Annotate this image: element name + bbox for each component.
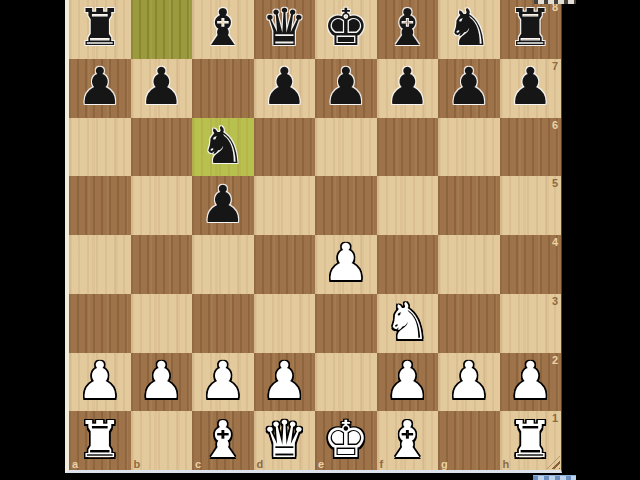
black-bishop-c8[interactable]: ♝ — [200, 0, 246, 57]
white-rook-h1[interactable]: ♜ — [507, 411, 553, 468]
square-e3[interactable] — [315, 294, 377, 353]
white-pawn-b2[interactable]: ♟ — [138, 353, 184, 410]
video-frame: ♜♝♛♚♝♞♜8♟♟♟♟♟♟♟7♞6♟5♟4♞3♟♟♟♟♟♟♟2♜ab♝c♛d♚… — [0, 0, 640, 480]
square-e2[interactable] — [315, 353, 377, 412]
black-pawn-f7[interactable]: ♟ — [384, 59, 430, 116]
black-queen-d8[interactable]: ♛ — [261, 0, 307, 57]
square-c6[interactable]: ♞ — [192, 118, 254, 177]
white-pawn-f2[interactable]: ♟ — [384, 353, 430, 410]
black-king-e8[interactable]: ♚ — [323, 0, 369, 57]
white-bishop-f1[interactable]: ♝ — [384, 411, 430, 468]
square-b5[interactable] — [131, 176, 193, 235]
square-c1[interactable]: ♝c — [192, 411, 254, 470]
black-pawn-a7[interactable]: ♟ — [77, 59, 123, 116]
square-d3[interactable] — [254, 294, 316, 353]
white-pawn-g2[interactable]: ♟ — [446, 353, 492, 410]
square-a3[interactable] — [69, 294, 131, 353]
square-a8[interactable]: ♜ — [69, 0, 131, 59]
square-f1[interactable]: ♝f — [377, 411, 439, 470]
file-label-f: f — [380, 458, 384, 470]
black-pawn-c5[interactable]: ♟ — [200, 176, 246, 233]
square-e1[interactable]: ♚e — [315, 411, 377, 470]
black-rook-a8[interactable]: ♜ — [77, 0, 123, 57]
clipped-top-right-widget — [534, 0, 576, 4]
square-c8[interactable]: ♝ — [192, 0, 254, 59]
black-pawn-g7[interactable]: ♟ — [446, 59, 492, 116]
black-pawn-d7[interactable]: ♟ — [261, 59, 307, 116]
square-b2[interactable]: ♟ — [131, 353, 193, 412]
file-label-g: g — [441, 458, 448, 470]
square-b3[interactable] — [131, 294, 193, 353]
square-h5[interactable]: 5 — [500, 176, 562, 235]
file-label-b: b — [134, 458, 141, 470]
square-g1[interactable]: g — [438, 411, 500, 470]
square-c2[interactable]: ♟ — [192, 353, 254, 412]
square-h2[interactable]: ♟2 — [500, 353, 562, 412]
square-d2[interactable]: ♟ — [254, 353, 316, 412]
white-pawn-h2[interactable]: ♟ — [507, 353, 553, 410]
square-g3[interactable] — [438, 294, 500, 353]
square-e8[interactable]: ♚ — [315, 0, 377, 59]
square-f6[interactable] — [377, 118, 439, 177]
black-knight-c6[interactable]: ♞ — [200, 118, 246, 175]
square-h6[interactable]: 6 — [500, 118, 562, 177]
chess-board: ♜♝♛♚♝♞♜8♟♟♟♟♟♟♟7♞6♟5♟4♞3♟♟♟♟♟♟♟2♜ab♝c♛d♚… — [69, 0, 561, 470]
square-f3[interactable]: ♞ — [377, 294, 439, 353]
white-bishop-c1[interactable]: ♝ — [200, 411, 246, 468]
white-pawn-c2[interactable]: ♟ — [200, 353, 246, 410]
square-e7[interactable]: ♟ — [315, 59, 377, 118]
square-d8[interactable]: ♛ — [254, 0, 316, 59]
square-g2[interactable]: ♟ — [438, 353, 500, 412]
white-king-e1[interactable]: ♚ — [323, 411, 369, 468]
rank-label-4: 4 — [552, 236, 558, 248]
white-pawn-d2[interactable]: ♟ — [261, 353, 307, 410]
square-d1[interactable]: ♛d — [254, 411, 316, 470]
square-f5[interactable] — [377, 176, 439, 235]
square-d4[interactable] — [254, 235, 316, 294]
black-pawn-e7[interactable]: ♟ — [323, 59, 369, 116]
square-g8[interactable]: ♞ — [438, 0, 500, 59]
square-b4[interactable] — [131, 235, 193, 294]
square-h4[interactable]: 4 — [500, 235, 562, 294]
square-g6[interactable] — [438, 118, 500, 177]
square-b6[interactable] — [131, 118, 193, 177]
white-queen-d1[interactable]: ♛ — [261, 411, 307, 468]
rank-label-3: 3 — [552, 295, 558, 307]
white-rook-a1[interactable]: ♜ — [77, 411, 123, 468]
square-f2[interactable]: ♟ — [377, 353, 439, 412]
square-e6[interactable] — [315, 118, 377, 177]
square-c7[interactable] — [192, 59, 254, 118]
square-h8[interactable]: ♜8 — [500, 0, 562, 59]
square-f8[interactable]: ♝ — [377, 0, 439, 59]
square-h1[interactable]: ♜1h — [500, 411, 562, 470]
black-rook-h8[interactable]: ♜ — [507, 0, 553, 57]
square-d6[interactable] — [254, 118, 316, 177]
square-b1[interactable]: b — [131, 411, 193, 470]
square-a1[interactable]: ♜a — [69, 411, 131, 470]
square-c5[interactable]: ♟ — [192, 176, 254, 235]
square-f7[interactable]: ♟ — [377, 59, 439, 118]
square-a7[interactable]: ♟ — [69, 59, 131, 118]
white-knight-f3[interactable]: ♞ — [384, 294, 430, 351]
square-b7[interactable]: ♟ — [131, 59, 193, 118]
square-g7[interactable]: ♟ — [438, 59, 500, 118]
square-a5[interactable] — [69, 176, 131, 235]
square-d7[interactable]: ♟ — [254, 59, 316, 118]
square-e5[interactable] — [315, 176, 377, 235]
square-a2[interactable]: ♟ — [69, 353, 131, 412]
square-d5[interactable] — [254, 176, 316, 235]
square-g4[interactable] — [438, 235, 500, 294]
black-pawn-b7[interactable]: ♟ — [138, 59, 184, 116]
board-frame: ♜♝♛♚♝♞♜8♟♟♟♟♟♟♟7♞6♟5♟4♞3♟♟♟♟♟♟♟2♜ab♝c♛d♚… — [65, 0, 562, 473]
square-h3[interactable]: 3 — [500, 294, 562, 353]
square-a6[interactable] — [69, 118, 131, 177]
rank-label-6: 6 — [552, 119, 558, 131]
black-pawn-h7[interactable]: ♟ — [507, 59, 553, 116]
square-g5[interactable] — [438, 176, 500, 235]
black-knight-g8[interactable]: ♞ — [446, 0, 492, 57]
square-e4[interactable]: ♟ — [315, 235, 377, 294]
rank-label-5: 5 — [552, 177, 558, 189]
square-a4[interactable] — [69, 235, 131, 294]
square-c4[interactable] — [192, 235, 254, 294]
white-pawn-a2[interactable]: ♟ — [77, 353, 123, 410]
square-f4[interactable] — [377, 235, 439, 294]
black-bishop-f8[interactable]: ♝ — [384, 0, 430, 57]
square-h7[interactable]: ♟7 — [500, 59, 562, 118]
square-b8[interactable] — [131, 0, 193, 59]
white-pawn-e4[interactable]: ♟ — [323, 235, 369, 292]
square-c3[interactable] — [192, 294, 254, 353]
clipped-bottom-right-widget — [533, 475, 576, 480]
